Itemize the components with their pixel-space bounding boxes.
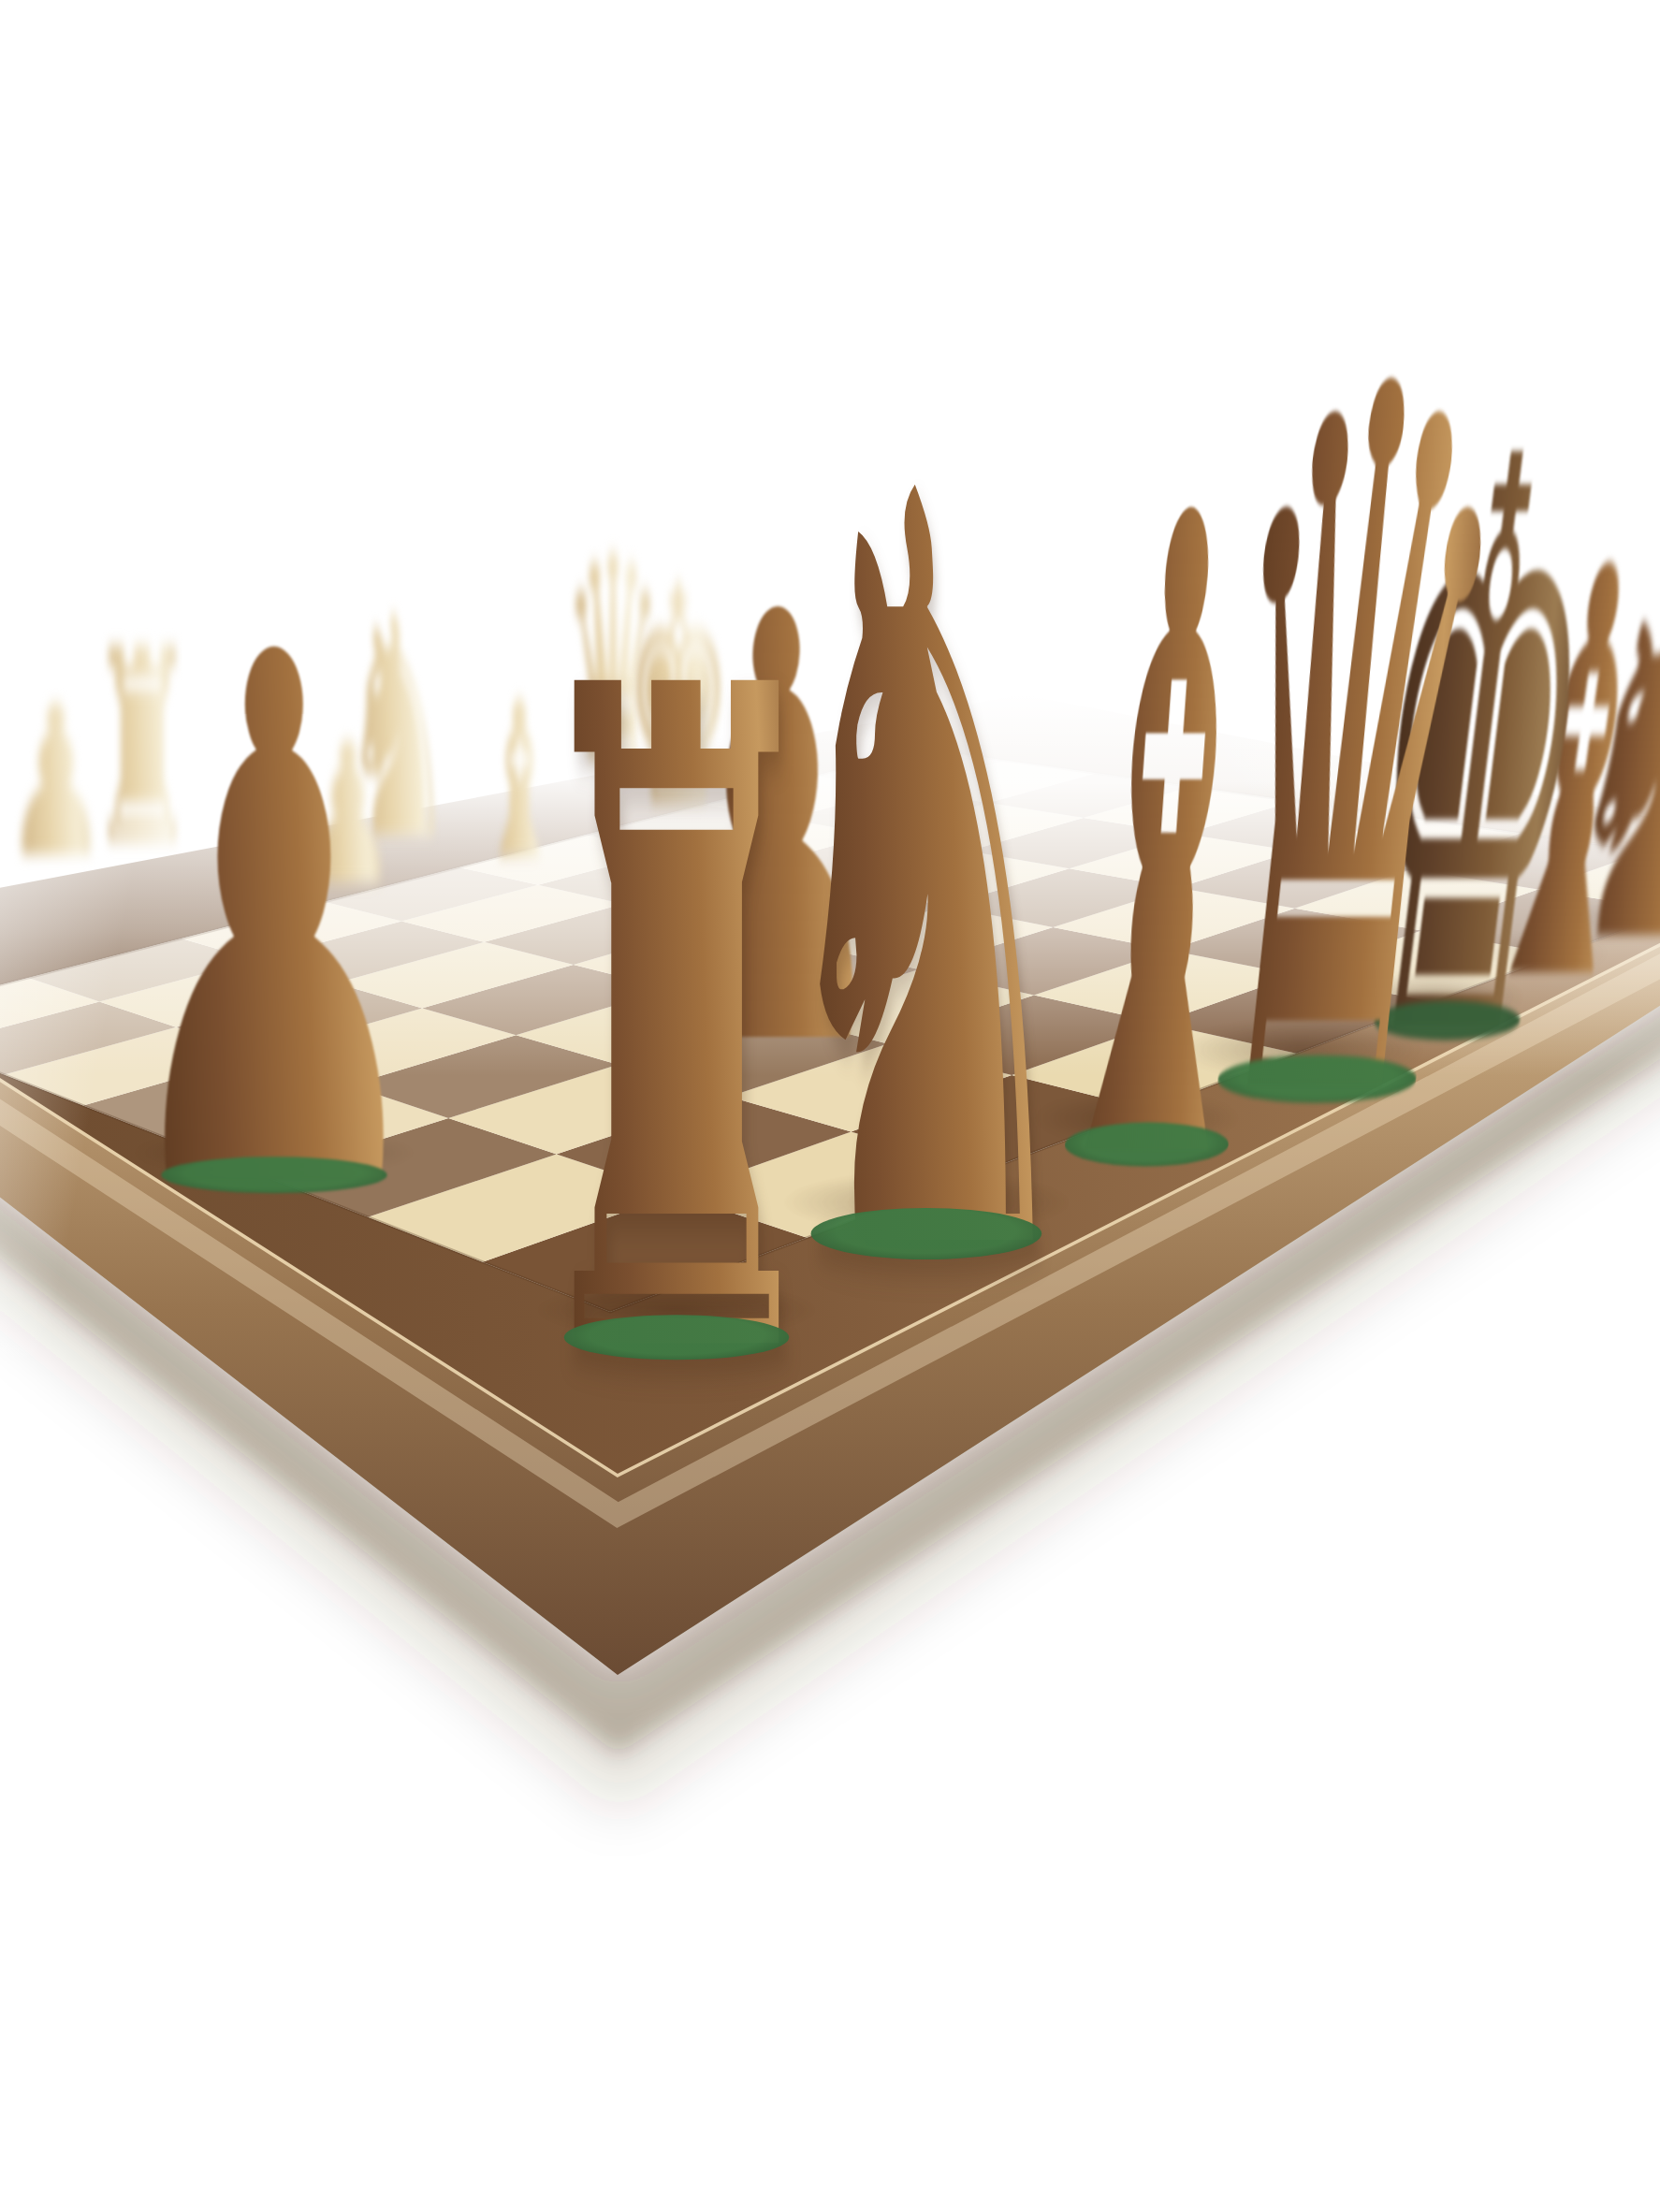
chess-set-photo: ♟♜♟♞♝♛♚♟♟♞♝♚♛♝♞♜ [0,0,1660,2212]
felt-pad [564,1315,790,1361]
felt-pad [811,1208,1042,1259]
pieces-layer: ♟♜♟♞♝♛♚♟♟♞♝♚♛♝♞♜ [0,0,1660,2212]
felt-pad [161,1157,387,1193]
black-pawn-a7: ♟ [110,561,438,1291]
black-rook-a8: ♜ [514,575,839,1482]
